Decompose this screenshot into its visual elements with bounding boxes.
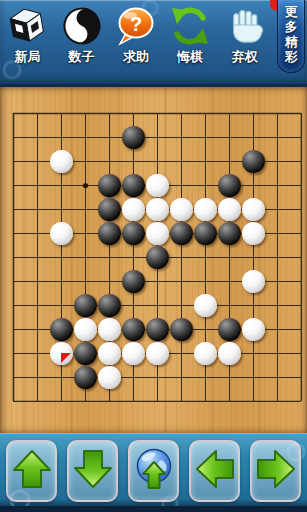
nav-down-button[interactable] (67, 440, 118, 502)
undo-arrows-icon (170, 5, 210, 47)
stone-white (98, 366, 121, 389)
nav-right-button[interactable] (250, 440, 301, 502)
stone-white (122, 342, 145, 365)
stone-white (98, 342, 121, 365)
stone-white (194, 294, 217, 317)
stone-black (74, 342, 97, 365)
stone-white (122, 198, 145, 221)
stone-white (242, 318, 265, 341)
stone-white (50, 342, 73, 365)
stone-white (74, 318, 97, 341)
new-game-button[interactable]: 新局 (1, 5, 53, 66)
top-toolbar: 新局 数子 ? 求助 (0, 0, 307, 87)
nav-left-button[interactable] (189, 440, 240, 502)
stone-black (170, 318, 193, 341)
stone-white (218, 342, 241, 365)
pass-button[interactable]: 弃权 (219, 5, 271, 66)
stone-white (98, 318, 121, 341)
stone-white (50, 150, 73, 173)
bottom-toolbar (0, 433, 307, 512)
stone-black (98, 198, 121, 221)
stone-black (98, 222, 121, 245)
stone-white (146, 342, 169, 365)
count-button[interactable]: 数子 (56, 5, 108, 66)
stone-white (170, 198, 193, 221)
stone-black (146, 246, 169, 269)
more-highlights-button[interactable]: 更多精彩 (277, 0, 305, 73)
stone-black (74, 366, 97, 389)
stone-black (218, 174, 241, 197)
new-game-cube-icon (7, 5, 47, 47)
undo-button[interactable]: 悔棋 (164, 5, 216, 66)
stone-black (122, 126, 145, 149)
stone-black (122, 174, 145, 197)
help-bubble-icon: ? (116, 5, 156, 47)
svg-text:?: ? (130, 13, 142, 35)
stone-white (242, 270, 265, 293)
stone-white (146, 174, 169, 197)
stone-black (74, 294, 97, 317)
undo-label: 悔棋 (177, 48, 203, 66)
arrow-right-icon (256, 449, 296, 493)
stone-black (170, 222, 193, 245)
stone-white (146, 222, 169, 245)
stone-white (50, 222, 73, 245)
stone-black (98, 294, 121, 317)
stone-white (194, 198, 217, 221)
top-toolbar-buttons: 新局 数子 ? 求助 (0, 5, 272, 66)
arrow-left-icon (195, 449, 235, 493)
stone-black (98, 174, 121, 197)
arrow-down-icon (73, 449, 113, 493)
share-button[interactable] (128, 440, 179, 502)
stone-black (218, 222, 241, 245)
arrow-up-icon (12, 449, 52, 493)
go-app-screen: { "game": "go-weiqi-13x13", "position": … (0, 0, 307, 512)
stone-black (242, 150, 265, 173)
stone-black (122, 222, 145, 245)
help-label: 求助 (123, 48, 149, 66)
yin-yang-count-icon (62, 5, 102, 47)
help-button[interactable]: ? 求助 (110, 5, 162, 66)
stone-black (194, 222, 217, 245)
go-board[interactable] (0, 87, 307, 433)
star-point (83, 183, 88, 188)
new-game-label: 新局 (14, 48, 40, 66)
nav-up-button[interactable] (6, 440, 57, 502)
pass-label: 弃权 (232, 48, 258, 66)
stone-black (146, 318, 169, 341)
stone-white (242, 222, 265, 245)
stone-white (218, 198, 241, 221)
globe-upload-icon (132, 447, 176, 495)
stone-black (122, 318, 145, 341)
pass-hand-icon (225, 5, 265, 47)
stone-black (50, 318, 73, 341)
stone-black (218, 318, 241, 341)
more-highlights-label: 更多精彩 (284, 0, 298, 72)
stone-black (122, 270, 145, 293)
stone-white (194, 342, 217, 365)
stone-white (242, 198, 265, 221)
stone-white (146, 198, 169, 221)
